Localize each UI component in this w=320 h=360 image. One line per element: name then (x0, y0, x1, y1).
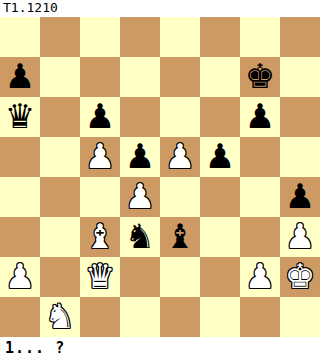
white-pawn: ♟ (285, 219, 315, 253)
black-pawn: ♟ (5, 59, 35, 93)
square-a1[interactable] (0, 297, 40, 337)
white-pawn: ♟ (125, 179, 155, 213)
square-h4[interactable]: ♟ (280, 177, 320, 217)
square-d4[interactable]: ♟ (120, 177, 160, 217)
puzzle-id: T1.1210 (0, 0, 320, 17)
square-f6[interactable] (200, 97, 240, 137)
square-f2[interactable] (200, 257, 240, 297)
white-pawn: ♟ (5, 259, 35, 293)
square-a6[interactable]: ♛ (0, 97, 40, 137)
square-a3[interactable] (0, 217, 40, 257)
square-d3[interactable]: ♞ (120, 217, 160, 257)
square-b2[interactable] (40, 257, 80, 297)
white-king: ♚ (285, 259, 315, 293)
black-king: ♚ (245, 59, 275, 93)
square-d2[interactable] (120, 257, 160, 297)
white-knight: ♞ (45, 299, 75, 333)
black-knight: ♞ (125, 219, 155, 253)
move-prompt: 1... ? (0, 337, 320, 360)
black-pawn: ♟ (285, 179, 315, 213)
square-b1[interactable]: ♞ (40, 297, 80, 337)
square-h7[interactable] (280, 57, 320, 97)
square-e1[interactable] (160, 297, 200, 337)
square-a5[interactable] (0, 137, 40, 177)
square-a7[interactable]: ♟ (0, 57, 40, 97)
white-pawn: ♟ (85, 139, 115, 173)
square-e3[interactable]: ♝ (160, 217, 200, 257)
chess-puzzle-page: T1.1210 ♟♚♛♟♟♟♟♟♟♟♟♝♞♝♟♟♛♟♚♞ 1... ? (0, 0, 320, 360)
square-h8[interactable] (280, 17, 320, 57)
square-e2[interactable] (160, 257, 200, 297)
square-c6[interactable]: ♟ (80, 97, 120, 137)
square-c5[interactable]: ♟ (80, 137, 120, 177)
square-f8[interactable] (200, 17, 240, 57)
square-e6[interactable] (160, 97, 200, 137)
square-d6[interactable] (120, 97, 160, 137)
black-queen: ♛ (5, 99, 35, 133)
square-a2[interactable]: ♟ (0, 257, 40, 297)
black-pawn: ♟ (85, 99, 115, 133)
square-d5[interactable]: ♟ (120, 137, 160, 177)
square-b5[interactable] (40, 137, 80, 177)
square-c3[interactable]: ♝ (80, 217, 120, 257)
white-queen: ♛ (85, 259, 115, 293)
square-d7[interactable] (120, 57, 160, 97)
square-e7[interactable] (160, 57, 200, 97)
square-h3[interactable]: ♟ (280, 217, 320, 257)
square-h6[interactable] (280, 97, 320, 137)
square-c4[interactable] (80, 177, 120, 217)
square-c8[interactable] (80, 17, 120, 57)
white-bishop: ♝ (85, 219, 115, 253)
square-g2[interactable]: ♟ (240, 257, 280, 297)
square-b7[interactable] (40, 57, 80, 97)
square-g3[interactable] (240, 217, 280, 257)
square-d1[interactable] (120, 297, 160, 337)
square-b6[interactable] (40, 97, 80, 137)
square-g1[interactable] (240, 297, 280, 337)
square-g5[interactable] (240, 137, 280, 177)
black-pawn: ♟ (205, 139, 235, 173)
square-a4[interactable] (0, 177, 40, 217)
square-a8[interactable] (0, 17, 40, 57)
square-e5[interactable]: ♟ (160, 137, 200, 177)
square-b3[interactable] (40, 217, 80, 257)
black-pawn: ♟ (245, 99, 275, 133)
square-g6[interactable]: ♟ (240, 97, 280, 137)
black-bishop: ♝ (165, 219, 195, 253)
square-h2[interactable]: ♚ (280, 257, 320, 297)
black-pawn: ♟ (125, 139, 155, 173)
square-g8[interactable] (240, 17, 280, 57)
square-c2[interactable]: ♛ (80, 257, 120, 297)
square-e4[interactable] (160, 177, 200, 217)
square-d8[interactable] (120, 17, 160, 57)
square-b4[interactable] (40, 177, 80, 217)
square-c1[interactable] (80, 297, 120, 337)
square-e8[interactable] (160, 17, 200, 57)
square-f7[interactable] (200, 57, 240, 97)
square-f4[interactable] (200, 177, 240, 217)
square-g7[interactable]: ♚ (240, 57, 280, 97)
square-h1[interactable] (280, 297, 320, 337)
square-f3[interactable] (200, 217, 240, 257)
square-g4[interactable] (240, 177, 280, 217)
chess-board[interactable]: ♟♚♛♟♟♟♟♟♟♟♟♝♞♝♟♟♛♟♚♞ (0, 17, 320, 337)
white-pawn: ♟ (165, 139, 195, 173)
square-f1[interactable] (200, 297, 240, 337)
square-f5[interactable]: ♟ (200, 137, 240, 177)
square-b8[interactable] (40, 17, 80, 57)
square-c7[interactable] (80, 57, 120, 97)
square-h5[interactable] (280, 137, 320, 177)
white-pawn: ♟ (245, 259, 275, 293)
